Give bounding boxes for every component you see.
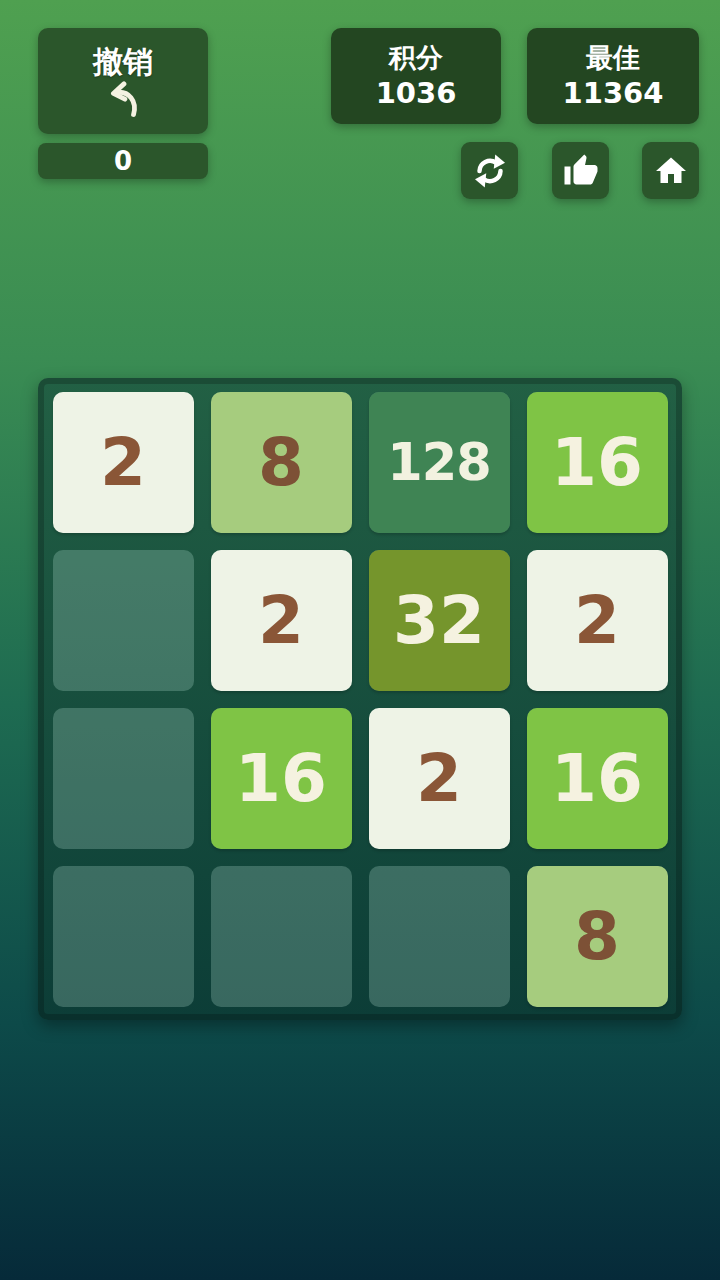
tile-2: 2 <box>369 708 510 849</box>
undo-button-label: 撤销 <box>93 45 153 78</box>
home-icon <box>653 153 689 189</box>
tile-128: 128 <box>369 392 510 533</box>
tile-2: 2 <box>211 550 352 691</box>
refresh-icon <box>472 153 508 189</box>
undo-count-badge: 0 <box>38 143 208 179</box>
best-score-badge: 最佳 11364 <box>527 28 699 124</box>
tile-16: 16 <box>211 708 352 849</box>
score-value: 1036 <box>376 75 457 111</box>
best-label: 最佳 <box>586 41 640 75</box>
board-cell <box>53 708 194 849</box>
board-cell: 16 <box>527 392 668 533</box>
tile-8: 8 <box>527 866 668 1007</box>
board-cell <box>369 866 510 1007</box>
like-button[interactable] <box>552 142 609 199</box>
board-cell: 2 <box>53 392 194 533</box>
board-cell <box>211 866 352 1007</box>
board-cell: 16 <box>211 708 352 849</box>
board-cell: 8 <box>211 392 352 533</box>
best-value: 11364 <box>563 75 664 111</box>
tile-16: 16 <box>527 708 668 849</box>
board-cell: 2 <box>369 708 510 849</box>
board-cell: 8 <box>527 866 668 1007</box>
tile-8: 8 <box>211 392 352 533</box>
board-cell <box>53 550 194 691</box>
board[interactable]: 28128162322162168 <box>38 378 682 1020</box>
tile-32: 32 <box>369 550 510 691</box>
board-cell <box>53 866 194 1007</box>
score-badge: 积分 1036 <box>331 28 501 124</box>
undo-button[interactable]: 撤销 <box>38 28 208 134</box>
board-cell: 2 <box>211 550 352 691</box>
tile-2: 2 <box>527 550 668 691</box>
score-label: 积分 <box>389 41 443 75</box>
board-cell: 32 <box>369 550 510 691</box>
thumbs-up-icon <box>563 153 599 189</box>
board-cell: 128 <box>369 392 510 533</box>
board-cell: 16 <box>527 708 668 849</box>
undo-count-value: 0 <box>114 146 132 176</box>
board-cell: 2 <box>527 550 668 691</box>
app-background: 撤销 0 积分 1036 最佳 11364 <box>0 0 720 1280</box>
tile-2: 2 <box>53 392 194 533</box>
undo-arrow-icon <box>100 81 146 117</box>
tile-16: 16 <box>527 392 668 533</box>
home-button[interactable] <box>642 142 699 199</box>
restart-button[interactable] <box>461 142 518 199</box>
